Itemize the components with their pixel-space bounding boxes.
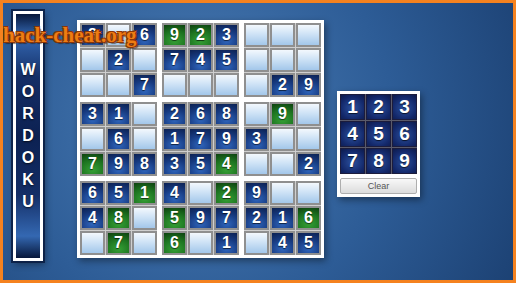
box-6: 932 — [244, 102, 321, 176]
cell-r4c1[interactable]: 3 — [80, 102, 105, 126]
box-5: 268179354 — [162, 102, 239, 176]
cell-r7c9[interactable] — [296, 181, 321, 205]
cell-r8c2[interactable]: 8 — [106, 206, 131, 230]
cell-r5c4[interactable]: 1 — [162, 127, 187, 151]
cell-r2c4[interactable]: 7 — [162, 48, 187, 72]
banner-letter-7: U — [22, 191, 34, 213]
cell-r6c7[interactable] — [244, 152, 269, 176]
cell-r5c3[interactable] — [132, 127, 157, 151]
cell-r1c9[interactable] — [296, 23, 321, 47]
keypad-8[interactable]: 8 — [366, 148, 391, 174]
cell-r8c7[interactable]: 2 — [244, 206, 269, 230]
banner-letter-6: K — [22, 169, 34, 191]
cell-r9c9[interactable]: 5 — [296, 231, 321, 255]
cell-r3c9[interactable]: 9 — [296, 73, 321, 97]
cell-r9c1[interactable] — [80, 231, 105, 255]
cell-r7c2[interactable]: 5 — [106, 181, 131, 205]
cell-r1c4[interactable]: 9 — [162, 23, 187, 47]
cell-r6c9[interactable]: 2 — [296, 152, 321, 176]
keypad-4[interactable]: 4 — [340, 121, 365, 147]
cell-r5c1[interactable] — [80, 127, 105, 151]
cell-r8c8[interactable]: 1 — [270, 206, 295, 230]
cell-r1c6[interactable]: 3 — [214, 23, 239, 47]
box-3: 29 — [244, 23, 321, 97]
cell-r3c3[interactable]: 7 — [132, 73, 157, 97]
cell-r3c1[interactable] — [80, 73, 105, 97]
cell-r4c4[interactable]: 2 — [162, 102, 187, 126]
number-pad: 123456789 — [340, 94, 417, 174]
cell-r2c7[interactable] — [244, 48, 269, 72]
cell-r5c9[interactable] — [296, 127, 321, 151]
keypad-3[interactable]: 3 — [392, 94, 417, 120]
cell-r4c8[interactable]: 9 — [270, 102, 295, 126]
cell-r9c4[interactable]: 6 — [162, 231, 187, 255]
cell-r3c8[interactable]: 2 — [270, 73, 295, 97]
cell-r4c6[interactable]: 8 — [214, 102, 239, 126]
cell-r7c1[interactable]: 6 — [80, 181, 105, 205]
keypad-9[interactable]: 9 — [392, 148, 417, 174]
clear-button[interactable]: Clear — [340, 178, 417, 194]
banner-letter-2: O — [22, 81, 34, 103]
cell-r6c1[interactable]: 7 — [80, 152, 105, 176]
cell-r1c8[interactable] — [270, 23, 295, 47]
box-9: 921645 — [244, 181, 321, 255]
cell-r5c5[interactable]: 7 — [188, 127, 213, 151]
cell-r9c2[interactable]: 7 — [106, 231, 131, 255]
watermark: hack-cheat.org — [3, 23, 137, 48]
cell-r2c1[interactable] — [80, 48, 105, 72]
cell-r2c8[interactable] — [270, 48, 295, 72]
cell-r4c7[interactable] — [244, 102, 269, 126]
cell-r1c7[interactable] — [244, 23, 269, 47]
cell-r7c6[interactable]: 2 — [214, 181, 239, 205]
keypad-2[interactable]: 2 — [366, 94, 391, 120]
cell-r6c4[interactable]: 3 — [162, 152, 187, 176]
sudoku-grid: 8627923745293167982681793549326514874259… — [80, 23, 321, 255]
banner-letter-5: O — [22, 147, 34, 169]
cell-r3c2[interactable] — [106, 73, 131, 97]
cell-r3c6[interactable] — [214, 73, 239, 97]
cell-r7c3[interactable]: 1 — [132, 181, 157, 205]
title-banner: WORDOKU — [13, 11, 43, 261]
cell-r3c5[interactable] — [188, 73, 213, 97]
cell-r6c6[interactable]: 4 — [214, 152, 239, 176]
cell-r9c5[interactable] — [188, 231, 213, 255]
cell-r7c7[interactable]: 9 — [244, 181, 269, 205]
cell-r6c2[interactable]: 9 — [106, 152, 131, 176]
cell-r4c5[interactable]: 6 — [188, 102, 213, 126]
cell-r3c7[interactable] — [244, 73, 269, 97]
cell-r8c4[interactable]: 5 — [162, 206, 187, 230]
cell-r8c1[interactable]: 4 — [80, 206, 105, 230]
cell-r2c6[interactable]: 5 — [214, 48, 239, 72]
cell-r5c6[interactable]: 9 — [214, 127, 239, 151]
banner-letter-3: R — [22, 103, 34, 125]
cell-r9c7[interactable] — [244, 231, 269, 255]
cell-r4c3[interactable] — [132, 102, 157, 126]
box-4: 316798 — [80, 102, 157, 176]
cell-r3c4[interactable] — [162, 73, 187, 97]
cell-r8c5[interactable]: 9 — [188, 206, 213, 230]
cell-r4c9[interactable] — [296, 102, 321, 126]
cell-r2c9[interactable] — [296, 48, 321, 72]
cell-r2c2[interactable]: 2 — [106, 48, 131, 72]
cell-r5c7[interactable]: 3 — [244, 127, 269, 151]
keypad-6[interactable]: 6 — [392, 121, 417, 147]
keypad-1[interactable]: 1 — [340, 94, 365, 120]
number-pad-panel: 123456789 Clear — [337, 91, 420, 197]
cell-r9c3[interactable] — [132, 231, 157, 255]
cell-r6c8[interactable] — [270, 152, 295, 176]
box-2: 923745 — [162, 23, 239, 97]
sudoku-board-panel: 8627923745293167982681793549326514874259… — [77, 20, 324, 258]
cell-r9c6[interactable]: 1 — [214, 231, 239, 255]
box-7: 651487 — [80, 181, 157, 255]
cell-r6c5[interactable]: 5 — [188, 152, 213, 176]
app-screen: hack-cheat.org WORDOKU 86279237452931679… — [0, 0, 516, 283]
cell-r7c5[interactable] — [188, 181, 213, 205]
cell-r7c8[interactable] — [270, 181, 295, 205]
keypad-5[interactable]: 5 — [366, 121, 391, 147]
cell-r7c4[interactable]: 4 — [162, 181, 187, 205]
cell-r4c2[interactable]: 1 — [106, 102, 131, 126]
cell-r9c8[interactable]: 4 — [270, 231, 295, 255]
box-8: 4259761 — [162, 181, 239, 255]
banner-letter-4: D — [22, 125, 34, 147]
cell-r5c2[interactable]: 6 — [106, 127, 131, 151]
banner-letter-1: W — [20, 59, 35, 81]
cell-r2c5[interactable]: 4 — [188, 48, 213, 72]
cell-r8c6[interactable]: 7 — [214, 206, 239, 230]
cell-r2c3[interactable] — [132, 48, 157, 72]
cell-r8c9[interactable]: 6 — [296, 206, 321, 230]
keypad-7[interactable]: 7 — [340, 148, 365, 174]
cell-r6c3[interactable]: 8 — [132, 152, 157, 176]
cell-r1c5[interactable]: 2 — [188, 23, 213, 47]
cell-r8c3[interactable] — [132, 206, 157, 230]
cell-r5c8[interactable] — [270, 127, 295, 151]
